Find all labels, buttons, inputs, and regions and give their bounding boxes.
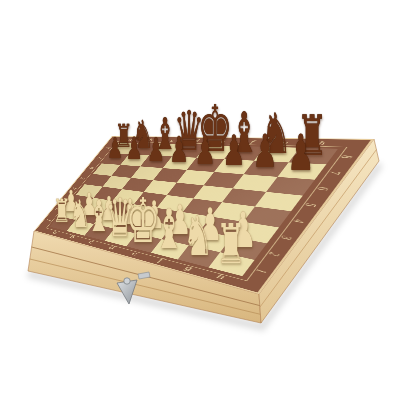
rank-label-left-3: 3 [62, 198, 69, 201]
rank-label-right-8: 8 [339, 155, 356, 158]
rank-label-right-1: 1 [254, 268, 270, 274]
rank-label-right-4: 4 [291, 219, 308, 224]
file-label-front-g: g [184, 264, 195, 272]
file-label-back-g: g [281, 140, 290, 145]
rank-label-left-8: 8 [104, 147, 112, 149]
rank-label-right-6: 6 [315, 187, 332, 191]
file-label-back-f: f [249, 140, 255, 144]
rank-label-left-6: 6 [87, 167, 95, 169]
rank-label-right-7: 7 [327, 171, 344, 175]
rank-label-left-1: 1 [45, 218, 52, 221]
rank-label-right-2: 2 [267, 251, 283, 257]
rank-label-left-4: 4 [71, 187, 78, 190]
rank-label-left-7: 7 [96, 157, 104, 159]
file-label-back-h: h [317, 141, 327, 146]
rank-label-right-5: 5 [303, 203, 320, 208]
file-label-back-e: e [219, 139, 226, 143]
clasp-pivot [124, 278, 130, 284]
rank-label-right-3: 3 [279, 235, 295, 240]
rank-label-left-5: 5 [79, 177, 86, 180]
rank-label-left-2: 2 [54, 208, 61, 211]
chess-set-photo: aabbccddeeffgghh1122334455667788 ♜♞♝♛♚♝♞… [0, 0, 400, 400]
